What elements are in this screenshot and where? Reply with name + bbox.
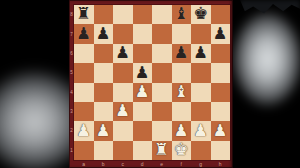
- square-d1: [133, 141, 153, 160]
- square-e2: [152, 121, 172, 140]
- square-g4: [191, 83, 211, 102]
- square-d2: [133, 121, 153, 140]
- file-label-f: f: [172, 160, 192, 168]
- square-b8: [94, 5, 114, 24]
- square-b2: ♟: [94, 121, 114, 140]
- piece-black-bishop-f8: ♝: [174, 6, 189, 23]
- square-c4: [113, 83, 133, 102]
- square-b6: [94, 44, 114, 63]
- file-labels: abcdefgh: [74, 160, 230, 168]
- square-d5: ♟: [133, 63, 153, 82]
- square-f8: ♝: [172, 5, 192, 24]
- square-c1: [113, 141, 133, 160]
- piece-white-pawn-c3: ♟: [115, 103, 130, 120]
- piece-black-pawn-c6: ♟: [115, 45, 130, 62]
- piece-black-pawn-b7: ♟: [96, 25, 111, 42]
- square-d7: [133, 24, 153, 43]
- square-a6: [74, 44, 94, 63]
- background-piece-silhouette: [240, 0, 300, 16]
- square-h4: [211, 83, 231, 102]
- square-d3: [133, 102, 153, 121]
- square-e1: ♜: [152, 141, 172, 160]
- background-glow-right: [230, 2, 300, 112]
- piece-black-pawn-f6: ♟: [174, 45, 189, 62]
- piece-white-pawn-h2: ♟: [213, 122, 228, 139]
- square-g2: ♟: [191, 121, 211, 140]
- square-h3: [211, 102, 231, 121]
- square-d6: [133, 44, 153, 63]
- square-f4: ♝: [172, 83, 192, 102]
- piece-black-rook-a8: ♜: [76, 6, 91, 23]
- square-f5: [172, 63, 192, 82]
- piece-black-pawn-d5: ♟: [135, 64, 150, 81]
- square-c7: [113, 24, 133, 43]
- square-c3: ♟: [113, 102, 133, 121]
- square-f3: [172, 102, 192, 121]
- square-g8: ♚: [191, 5, 211, 24]
- square-b7: ♟: [94, 24, 114, 43]
- piece-white-rook-e1: ♜: [154, 142, 169, 159]
- square-h5: [211, 63, 231, 82]
- square-h7: ♟: [211, 24, 231, 43]
- square-h2: ♟: [211, 121, 231, 140]
- file-label-h: h: [211, 160, 231, 168]
- square-f7: [172, 24, 192, 43]
- square-d4: ♟: [133, 83, 153, 102]
- square-h8: [211, 5, 231, 24]
- piece-black-pawn-g6: ♟: [193, 45, 208, 62]
- square-c2: [113, 121, 133, 140]
- square-a1: [74, 141, 94, 160]
- piece-black-pawn-a7: ♟: [76, 25, 91, 42]
- piece-white-pawn-a2: ♟: [76, 122, 91, 139]
- video-frame: 87654321 abcdefgh ♜♝♚♟♟♟♟♟♟♟♟♝♟♟♟♟♟♟♜♚: [0, 0, 300, 168]
- square-g3: [191, 102, 211, 121]
- square-a8: ♜: [74, 5, 94, 24]
- square-c6: ♟: [113, 44, 133, 63]
- file-label-d: d: [133, 160, 153, 168]
- square-b3: [94, 102, 114, 121]
- square-b5: [94, 63, 114, 82]
- square-g6: ♟: [191, 44, 211, 63]
- square-f2: ♟: [172, 121, 192, 140]
- square-e8: [152, 5, 172, 24]
- square-g1: [191, 141, 211, 160]
- square-a7: ♟: [74, 24, 94, 43]
- square-g7: [191, 24, 211, 43]
- square-a5: [74, 63, 94, 82]
- square-f1: ♚: [172, 141, 192, 160]
- file-label-c: c: [113, 160, 133, 168]
- piece-black-king-g8: ♚: [193, 6, 208, 23]
- piece-white-pawn-d4: ♟: [135, 83, 150, 100]
- piece-white-bishop-f4: ♝: [174, 83, 189, 100]
- square-b1: [94, 141, 114, 160]
- square-a4: [74, 83, 94, 102]
- square-f6: ♟: [172, 44, 192, 63]
- piece-white-king-f1: ♚: [174, 142, 189, 159]
- square-h1: [211, 141, 231, 160]
- square-e5: [152, 63, 172, 82]
- square-e3: [152, 102, 172, 121]
- piece-black-pawn-h7: ♟: [213, 25, 228, 42]
- square-a2: ♟: [74, 121, 94, 140]
- square-c5: [113, 63, 133, 82]
- file-label-b: b: [94, 160, 114, 168]
- file-label-a: a: [74, 160, 94, 168]
- square-b4: [94, 83, 114, 102]
- file-label-e: e: [152, 160, 172, 168]
- board-grid: ♜♝♚♟♟♟♟♟♟♟♟♝♟♟♟♟♟♟♜♚: [74, 5, 230, 160]
- square-g5: [191, 63, 211, 82]
- chess-board: 87654321 abcdefgh ♜♝♚♟♟♟♟♟♟♟♟♝♟♟♟♟♟♟♜♚: [69, 0, 233, 168]
- square-e7: [152, 24, 172, 43]
- piece-white-pawn-b2: ♟: [96, 122, 111, 139]
- square-d8: [133, 5, 153, 24]
- square-e4: [152, 83, 172, 102]
- piece-white-pawn-f2: ♟: [174, 122, 189, 139]
- square-h6: [211, 44, 231, 63]
- square-c8: [113, 5, 133, 24]
- square-e6: [152, 44, 172, 63]
- file-label-g: g: [191, 160, 211, 168]
- square-a3: [74, 102, 94, 121]
- piece-white-pawn-g2: ♟: [193, 122, 208, 139]
